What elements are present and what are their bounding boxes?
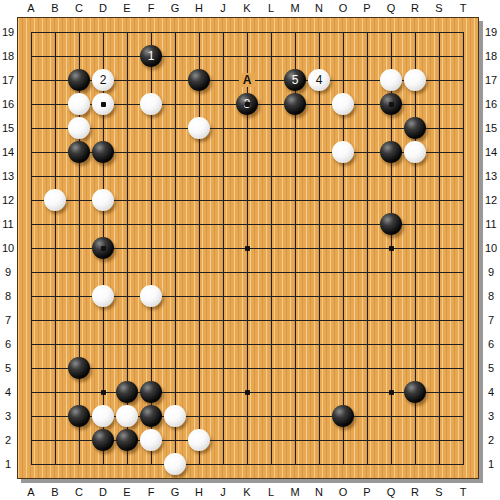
coordinate-label: 8 (0, 284, 16, 308)
coordinate-label: 19 (0, 20, 16, 44)
stone-black[interactable]: 5 (284, 69, 306, 91)
coordinate-label: 3 (483, 404, 499, 428)
coordinate-label: 19 (483, 20, 499, 44)
stone-white[interactable] (188, 429, 210, 451)
coordinate-label: 15 (0, 116, 16, 140)
stone-white[interactable] (380, 69, 402, 91)
coordinate-label: N (307, 0, 331, 16)
coordinate-label: H (187, 484, 211, 500)
coordinate-label: L (259, 484, 283, 500)
coordinate-label: R (403, 484, 427, 500)
column-labels-top: ABCDEFGHJKLMNOPQRST (19, 0, 475, 16)
coordinate-label: 18 (483, 44, 499, 68)
stone-white[interactable] (404, 69, 426, 91)
coordinate-label: K (235, 0, 259, 16)
coordinate-label: 9 (0, 260, 16, 284)
coordinate-label: J (211, 484, 235, 500)
coordinate-label: 14 (483, 140, 499, 164)
stone-black[interactable] (380, 213, 402, 235)
coordinate-label: 10 (0, 236, 16, 260)
coordinate-label: B (43, 484, 67, 500)
stone-white[interactable]: 2 (92, 69, 114, 91)
star-point (245, 390, 250, 395)
stone-white[interactable] (68, 93, 90, 115)
star-point (389, 390, 394, 395)
coordinate-label: 13 (483, 164, 499, 188)
row-labels-left: 19181716151413121110987654321 (0, 20, 16, 476)
coordinate-label: G (163, 0, 187, 16)
stone-black[interactable] (284, 93, 306, 115)
stone-white[interactable] (140, 93, 162, 115)
coordinate-label: D (91, 0, 115, 16)
coordinate-label: 1 (483, 452, 499, 476)
stone-black[interactable] (68, 357, 90, 379)
coordinate-label: 16 (483, 92, 499, 116)
column-labels-bottom: ABCDEFGHJKLMNOPQRST (19, 484, 475, 500)
coordinate-label: E (115, 0, 139, 16)
coordinate-label: Q (379, 0, 403, 16)
coordinate-label: 3 (0, 404, 16, 428)
stone-black[interactable] (140, 405, 162, 427)
coordinate-label: K (235, 484, 259, 500)
coordinate-label: 17 (0, 68, 16, 92)
coordinate-label: A (19, 0, 43, 16)
star-point (389, 102, 394, 107)
coordinate-label: C (67, 0, 91, 16)
stone-white[interactable] (164, 453, 186, 475)
stone-white[interactable] (92, 285, 114, 307)
coordinate-label: 7 (0, 308, 16, 332)
coordinate-label: 18 (0, 44, 16, 68)
coordinate-label: 6 (483, 332, 499, 356)
stone-white[interactable] (332, 141, 354, 163)
coordinate-label: G (163, 484, 187, 500)
star-point (245, 102, 250, 107)
coordinate-label: T (451, 484, 475, 500)
stone-white[interactable] (332, 93, 354, 115)
coordinate-label: 7 (483, 308, 499, 332)
coordinate-label: S (427, 484, 451, 500)
coordinate-label: B (43, 0, 67, 16)
coordinate-label: 14 (0, 140, 16, 164)
coordinate-label: 4 (483, 380, 499, 404)
coordinate-label: Q (379, 484, 403, 500)
coordinate-label: 6 (0, 332, 16, 356)
stone-black[interactable]: 1 (140, 45, 162, 67)
coordinate-label: R (403, 0, 427, 16)
coordinate-label: 5 (0, 356, 16, 380)
coordinate-label: L (259, 0, 283, 16)
stone-black[interactable] (68, 405, 90, 427)
stone-black[interactable] (116, 381, 138, 403)
coordinate-label: 16 (0, 92, 16, 116)
stone-white[interactable] (92, 405, 114, 427)
stone-white[interactable] (92, 189, 114, 211)
coordinate-label: F (139, 0, 163, 16)
coordinate-label: 11 (0, 212, 16, 236)
goban[interactable]: 15324 A (17, 17, 479, 479)
stone-black[interactable] (404, 381, 426, 403)
stone-black[interactable] (92, 141, 114, 163)
coordinate-label: C (67, 484, 91, 500)
coordinate-label: T (451, 0, 475, 16)
stone-black[interactable] (140, 381, 162, 403)
stone-white[interactable] (116, 405, 138, 427)
coordinate-label: 15 (483, 116, 499, 140)
marker-A: A (239, 73, 255, 87)
stone-black[interactable] (404, 117, 426, 139)
coordinate-label: 1 (0, 452, 16, 476)
stone-white[interactable] (404, 141, 426, 163)
coordinate-label: E (115, 484, 139, 500)
coordinate-label: 2 (0, 428, 16, 452)
stone-white[interactable] (44, 189, 66, 211)
coordinate-label: 17 (483, 68, 499, 92)
stone-black[interactable] (92, 429, 114, 451)
coordinate-label: 5 (483, 356, 499, 380)
coordinate-label: A (19, 484, 43, 500)
coordinate-label: P (355, 0, 379, 16)
star-point (101, 102, 106, 107)
coordinate-label: M (283, 484, 307, 500)
stone-black[interactable] (332, 405, 354, 427)
coordinate-label: 8 (483, 284, 499, 308)
coordinate-label: 11 (483, 212, 499, 236)
coordinate-label: M (283, 0, 307, 16)
coordinate-label: 10 (483, 236, 499, 260)
stone-white[interactable] (164, 405, 186, 427)
stone-white[interactable] (188, 117, 210, 139)
coordinate-label: S (427, 0, 451, 16)
coordinate-label: J (211, 0, 235, 16)
coordinate-label: 4 (0, 380, 16, 404)
star-point (101, 246, 106, 251)
coordinate-label: 13 (0, 164, 16, 188)
stone-white[interactable]: 4 (308, 69, 330, 91)
stone-white[interactable] (140, 285, 162, 307)
stone-black[interactable] (188, 69, 210, 91)
star-point (245, 246, 250, 251)
stone-white[interactable] (68, 117, 90, 139)
star-point (101, 390, 106, 395)
coordinate-label: D (91, 484, 115, 500)
row-labels-right: 19181716151413121110987654321 (483, 20, 499, 476)
stone-black[interactable] (380, 141, 402, 163)
coordinate-label: 2 (483, 428, 499, 452)
coordinate-label: H (187, 0, 211, 16)
coordinate-label: 12 (483, 188, 499, 212)
stone-black[interactable] (116, 429, 138, 451)
coordinate-label: F (139, 484, 163, 500)
stone-black[interactable] (68, 141, 90, 163)
coordinate-label: 12 (0, 188, 16, 212)
go-diagram: ABCDEFGHJKLMNOPQRST 19181716151413121110… (0, 0, 500, 500)
coordinate-label: N (307, 484, 331, 500)
coordinate-label: 9 (483, 260, 499, 284)
coordinate-label: O (331, 0, 355, 16)
star-point (389, 246, 394, 251)
stone-white[interactable] (140, 429, 162, 451)
coordinate-label: P (355, 484, 379, 500)
stone-black[interactable] (68, 69, 90, 91)
coordinate-label: O (331, 484, 355, 500)
